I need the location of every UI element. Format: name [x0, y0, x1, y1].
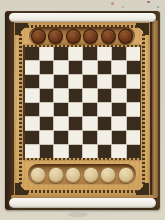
square-e5[interactable]: [83, 89, 97, 102]
checkers-board: [25, 47, 140, 158]
ornate-border-bottom: [27, 190, 137, 193]
square-g6[interactable]: [112, 75, 126, 88]
square-g7[interactable]: [112, 61, 126, 74]
square-a4[interactable]: [25, 103, 39, 116]
square-b5[interactable]: [40, 89, 54, 102]
dark-checker-piece[interactable]: [83, 29, 98, 44]
square-g1[interactable]: [112, 145, 126, 158]
square-h2[interactable]: [127, 131, 141, 144]
square-b2[interactable]: [40, 131, 54, 144]
square-h6[interactable]: [127, 75, 141, 88]
light-checker-piece[interactable]: [100, 167, 116, 183]
ornate-border-left: [19, 34, 22, 184]
square-f7[interactable]: [98, 61, 112, 74]
square-f4[interactable]: [98, 103, 112, 116]
square-h5[interactable]: [127, 89, 141, 102]
square-c6[interactable]: [54, 75, 68, 88]
dark-checker-piece[interactable]: [31, 29, 46, 44]
square-b3[interactable]: [40, 117, 54, 130]
dark-checker-piece[interactable]: [118, 29, 133, 44]
square-g2[interactable]: [112, 131, 126, 144]
square-d5[interactable]: [69, 89, 83, 102]
table-speck: [147, 1, 150, 3]
square-g4[interactable]: [112, 103, 126, 116]
board-frame: [23, 45, 142, 160]
square-a2[interactable]: [25, 131, 39, 144]
square-b6[interactable]: [40, 75, 54, 88]
square-e2[interactable]: [83, 131, 97, 144]
square-c8[interactable]: [54, 47, 68, 60]
square-f8[interactable]: [98, 47, 112, 60]
light-checker-piece[interactable]: [118, 167, 134, 183]
square-h4[interactable]: [127, 103, 141, 116]
square-f2[interactable]: [98, 131, 112, 144]
dark-pieces-tray: [29, 27, 135, 46]
square-f5[interactable]: [98, 89, 112, 102]
light-checker-piece[interactable]: [83, 167, 99, 183]
square-f3[interactable]: [98, 117, 112, 130]
ornate-border-right: [142, 34, 145, 184]
square-a5[interactable]: [25, 89, 39, 102]
square-b8[interactable]: [40, 47, 54, 60]
square-g5[interactable]: [112, 89, 126, 102]
ornament-corner-top-left: [15, 23, 28, 35]
light-pieces-tray: [28, 164, 136, 185]
ornament-corner-top-right: [136, 23, 149, 35]
square-b1[interactable]: [40, 145, 54, 158]
square-h7[interactable]: [127, 61, 141, 74]
white-trim-bottom: [9, 198, 156, 208]
square-f6[interactable]: [98, 75, 112, 88]
square-h1[interactable]: [127, 145, 141, 158]
square-e4[interactable]: [83, 103, 97, 116]
table-speck: [157, 6, 159, 8]
square-c3[interactable]: [54, 117, 68, 130]
square-c4[interactable]: [54, 103, 68, 116]
white-trim-top: [9, 13, 156, 22]
square-c5[interactable]: [54, 89, 68, 102]
square-a7[interactable]: [25, 61, 39, 74]
square-e8[interactable]: [83, 47, 97, 60]
dark-checker-piece[interactable]: [48, 29, 63, 44]
square-b7[interactable]: [40, 61, 54, 74]
square-d4[interactable]: [69, 103, 83, 116]
square-h8[interactable]: [127, 47, 141, 60]
square-g8[interactable]: [112, 47, 126, 60]
square-c1[interactable]: [54, 145, 68, 158]
square-a6[interactable]: [25, 75, 39, 88]
table-speck: [122, 6, 124, 8]
square-e1[interactable]: [83, 145, 97, 158]
square-d6[interactable]: [69, 75, 83, 88]
board-face: [14, 22, 150, 196]
light-checker-piece[interactable]: [48, 167, 64, 183]
box-right-lip: [152, 20, 158, 198]
square-e7[interactable]: [83, 61, 97, 74]
square-b4[interactable]: [40, 103, 54, 116]
square-d8[interactable]: [69, 47, 83, 60]
square-h3[interactable]: [127, 117, 141, 130]
square-e6[interactable]: [83, 75, 97, 88]
square-c2[interactable]: [54, 131, 68, 144]
ornament-corner-bottom-left: [15, 183, 28, 195]
table-smudge: [68, 212, 88, 217]
square-a8[interactable]: [25, 47, 39, 60]
square-a3[interactable]: [25, 117, 39, 130]
square-a1[interactable]: [25, 145, 39, 158]
light-checker-piece[interactable]: [65, 167, 81, 183]
square-g3[interactable]: [112, 117, 126, 130]
ornament-corner-bottom-right: [136, 183, 149, 195]
square-c7[interactable]: [54, 61, 68, 74]
table-surface: [0, 0, 165, 220]
square-d2[interactable]: [69, 131, 83, 144]
dark-checker-piece[interactable]: [101, 29, 116, 44]
square-f1[interactable]: [98, 145, 112, 158]
square-e3[interactable]: [83, 117, 97, 130]
light-checker-piece[interactable]: [30, 167, 46, 183]
square-d1[interactable]: [69, 145, 83, 158]
table-speck: [111, 2, 114, 5]
square-d3[interactable]: [69, 117, 83, 130]
dark-checker-piece[interactable]: [66, 29, 81, 44]
square-d7[interactable]: [69, 61, 83, 74]
